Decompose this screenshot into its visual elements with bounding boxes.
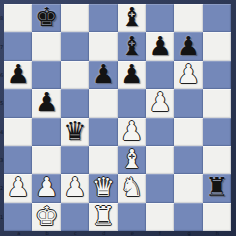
square-a6[interactable]: ♟ (4, 61, 32, 89)
square-g3[interactable] (174, 146, 202, 174)
square-b8[interactable]: ♚ (32, 4, 60, 32)
square-a4[interactable] (4, 118, 32, 146)
square-d8[interactable] (89, 4, 117, 32)
square-f7[interactable]: ♟ (146, 32, 174, 60)
piece-black-bishop[interactable]: ♝ (120, 33, 143, 59)
square-d3[interactable] (89, 146, 117, 174)
piece-white-pawn[interactable]: ♟ (35, 174, 58, 200)
square-g2[interactable] (174, 174, 202, 202)
square-e4[interactable]: ♟ (118, 118, 146, 146)
square-b5[interactable]: ♟ (32, 89, 60, 117)
square-h8[interactable] (203, 4, 231, 32)
piece-black-pawn[interactable]: ♟ (148, 33, 171, 59)
square-d6[interactable]: ♟ (89, 61, 117, 89)
square-a7[interactable] (4, 32, 32, 60)
square-h6[interactable] (203, 61, 231, 89)
piece-black-queen[interactable]: ♛ (63, 118, 86, 144)
piece-white-bishop[interactable]: ♝ (120, 146, 143, 172)
square-e5[interactable] (118, 89, 146, 117)
piece-black-pawn[interactable]: ♟ (35, 89, 58, 115)
piece-black-pawn[interactable]: ♟ (177, 33, 200, 59)
square-a1[interactable] (4, 203, 32, 231)
file-label-c: c (74, 231, 77, 236)
square-g4[interactable] (174, 118, 202, 146)
square-e7[interactable]: ♝ (118, 32, 146, 60)
rank-label-2: 2 (0, 186, 3, 191)
square-c7[interactable] (61, 32, 89, 60)
square-d5[interactable] (89, 89, 117, 117)
square-f5[interactable]: ♟ (146, 89, 174, 117)
square-b1[interactable]: ♚ (32, 203, 60, 231)
square-f4[interactable] (146, 118, 174, 146)
square-d1[interactable]: ♜ (89, 203, 117, 231)
rank-label-7: 7 (0, 45, 3, 50)
square-b7[interactable] (32, 32, 60, 60)
square-g1[interactable] (174, 203, 202, 231)
square-e1[interactable] (118, 203, 146, 231)
file-label-h: h (216, 231, 219, 236)
square-f6[interactable] (146, 61, 174, 89)
piece-white-rook[interactable]: ♜ (92, 203, 115, 229)
piece-white-pawn[interactable]: ♟ (148, 89, 171, 115)
square-h3[interactable] (203, 146, 231, 174)
square-c3[interactable] (61, 146, 89, 174)
chess-board-frame: ♚♝♝♟♟♟♟♟♟♟♟♛♟♝♟♟♟♛♞♜♚♜ 87654321abcdefgh (0, 0, 236, 236)
square-h7[interactable] (203, 32, 231, 60)
piece-white-pawn[interactable]: ♟ (177, 61, 200, 87)
rank-label-5: 5 (0, 101, 3, 106)
square-e3[interactable]: ♝ (118, 146, 146, 174)
square-f1[interactable] (146, 203, 174, 231)
rank-label-3: 3 (0, 158, 3, 163)
rank-label-1: 1 (0, 215, 3, 220)
square-e2[interactable]: ♞ (118, 174, 146, 202)
file-label-d: d (102, 231, 105, 236)
piece-black-bishop[interactable]: ♝ (120, 4, 143, 30)
square-g7[interactable]: ♟ (174, 32, 202, 60)
square-g5[interactable] (174, 89, 202, 117)
piece-white-queen[interactable]: ♛ (92, 174, 115, 200)
piece-black-rook[interactable]: ♜ (205, 174, 228, 200)
square-b6[interactable] (32, 61, 60, 89)
square-c4[interactable]: ♛ (61, 118, 89, 146)
square-f3[interactable] (146, 146, 174, 174)
square-h5[interactable] (203, 89, 231, 117)
square-g8[interactable] (174, 4, 202, 32)
piece-white-pawn[interactable]: ♟ (7, 174, 30, 200)
piece-white-king[interactable]: ♚ (35, 203, 58, 229)
file-label-f: f (159, 231, 161, 236)
square-c1[interactable] (61, 203, 89, 231)
piece-white-knight[interactable]: ♞ (120, 174, 143, 200)
square-e6[interactable]: ♟ (118, 61, 146, 89)
file-label-e: e (131, 231, 134, 236)
rank-label-8: 8 (0, 16, 3, 21)
square-b3[interactable] (32, 146, 60, 174)
square-a8[interactable] (4, 4, 32, 32)
square-a2[interactable]: ♟ (4, 174, 32, 202)
piece-white-pawn[interactable]: ♟ (63, 174, 86, 200)
rank-label-6: 6 (0, 73, 3, 78)
square-f2[interactable] (146, 174, 174, 202)
file-label-b: b (46, 231, 49, 236)
square-d7[interactable] (89, 32, 117, 60)
chess-board: ♚♝♝♟♟♟♟♟♟♟♟♛♟♝♟♟♟♛♞♜♚♜ (4, 4, 231, 231)
piece-black-king[interactable]: ♚ (35, 4, 58, 30)
square-a5[interactable] (4, 89, 32, 117)
square-b2[interactable]: ♟ (32, 174, 60, 202)
square-h4[interactable] (203, 118, 231, 146)
file-label-a: a (17, 231, 20, 236)
piece-black-pawn[interactable]: ♟ (7, 61, 30, 87)
file-label-g: g (187, 231, 190, 236)
square-c2[interactable]: ♟ (61, 174, 89, 202)
piece-black-pawn[interactable]: ♟ (120, 61, 143, 87)
square-g6[interactable]: ♟ (174, 61, 202, 89)
square-d4[interactable] (89, 118, 117, 146)
square-h1[interactable] (203, 203, 231, 231)
square-a3[interactable] (4, 146, 32, 174)
rank-label-4: 4 (0, 130, 3, 135)
piece-black-pawn[interactable]: ♟ (92, 61, 115, 87)
square-b4[interactable] (32, 118, 60, 146)
square-h2[interactable]: ♜ (203, 174, 231, 202)
piece-white-pawn[interactable]: ♟ (120, 118, 143, 144)
square-f8[interactable] (146, 4, 174, 32)
square-d2[interactable]: ♛ (89, 174, 117, 202)
square-c6[interactable] (61, 61, 89, 89)
square-e8[interactable]: ♝ (118, 4, 146, 32)
square-c5[interactable] (61, 89, 89, 117)
square-c8[interactable] (61, 4, 89, 32)
